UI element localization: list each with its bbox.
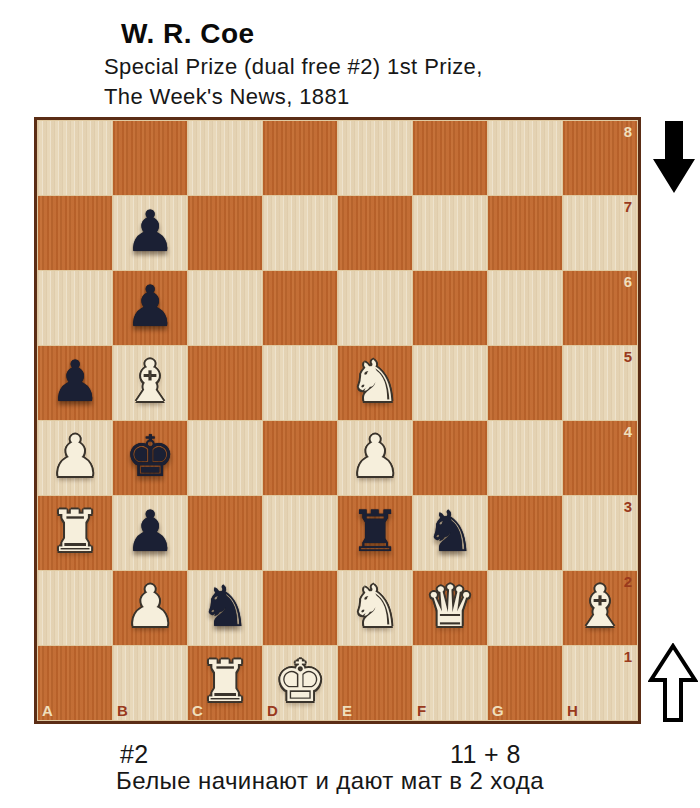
- file-label-g: G: [492, 703, 504, 718]
- piece-white-knight-e2: ♞: [349, 578, 400, 635]
- square-c3: [188, 496, 262, 570]
- square-f4: [413, 421, 487, 495]
- problem-author: W. R. Coe: [121, 18, 255, 50]
- square-b2: ♟: [113, 571, 187, 645]
- rank-label-2: 2: [624, 574, 632, 589]
- piece-black-pawn-a5: ♟: [49, 353, 100, 410]
- square-h7: 7: [563, 196, 637, 270]
- square-h3: 3: [563, 496, 637, 570]
- square-a5: ♟: [38, 346, 112, 420]
- square-h4: 4: [563, 421, 637, 495]
- piece-white-pawn-a4: ♟: [49, 428, 100, 485]
- square-h8: 8: [563, 121, 637, 195]
- file-label-f: F: [417, 703, 426, 718]
- rank-label-4: 4: [624, 424, 632, 439]
- square-g5: [488, 346, 562, 420]
- chess-board: 8♟7♟6♟♝♞5♟♚♟4♜♟♜♞3♟♞♞♛♝2AB♜C♚DEFGH1: [34, 117, 641, 724]
- piece-black-king-b4: ♚: [124, 428, 175, 485]
- rank-label-1: 1: [624, 649, 632, 664]
- square-e6: [338, 271, 412, 345]
- square-d7: [263, 196, 337, 270]
- square-d8: [263, 121, 337, 195]
- square-b3: ♟: [113, 496, 187, 570]
- rank-label-7: 7: [624, 199, 632, 214]
- square-c2: ♞: [188, 571, 262, 645]
- square-e7: [338, 196, 412, 270]
- piece-black-pawn-b6: ♟: [124, 278, 175, 335]
- square-b7: ♟: [113, 196, 187, 270]
- square-g8: [488, 121, 562, 195]
- square-h1: H1: [563, 646, 637, 720]
- piece-black-pawn-b7: ♟: [124, 203, 175, 260]
- square-g1: G: [488, 646, 562, 720]
- piece-white-knight-e5: ♞: [349, 353, 400, 410]
- square-d2: [263, 571, 337, 645]
- square-d4: [263, 421, 337, 495]
- square-f7: [413, 196, 487, 270]
- piece-white-rook-c1: ♜: [199, 653, 250, 710]
- piece-black-knight-f3: ♞: [424, 503, 475, 560]
- piece-black-rook-e3: ♜: [349, 503, 400, 560]
- square-c7: [188, 196, 262, 270]
- square-c5: [188, 346, 262, 420]
- file-label-b: B: [117, 703, 128, 718]
- square-c8: [188, 121, 262, 195]
- square-e4: ♟: [338, 421, 412, 495]
- piece-white-bishop-h2: ♝: [574, 578, 625, 635]
- square-f1: F: [413, 646, 487, 720]
- square-f3: ♞: [413, 496, 487, 570]
- square-g7: [488, 196, 562, 270]
- square-b4: ♚: [113, 421, 187, 495]
- file-label-c: C: [192, 703, 203, 718]
- problem-source: The Week's News, 1881: [104, 84, 350, 110]
- square-d5: [263, 346, 337, 420]
- rank-label-8: 8: [624, 124, 632, 139]
- rank-label-6: 6: [624, 274, 632, 289]
- file-label-h: H: [567, 703, 578, 718]
- square-e8: [338, 121, 412, 195]
- square-f2: ♛: [413, 571, 487, 645]
- rank-label-3: 3: [624, 499, 632, 514]
- square-h2: ♝2: [563, 571, 637, 645]
- square-e5: ♞: [338, 346, 412, 420]
- piece-black-pawn-b3: ♟: [124, 503, 175, 560]
- square-h6: 6: [563, 271, 637, 345]
- square-g4: [488, 421, 562, 495]
- file-label-d: D: [267, 703, 278, 718]
- square-f8: [413, 121, 487, 195]
- piece-white-king-d1: ♚: [274, 653, 325, 710]
- black-down-arrow-icon: [653, 121, 695, 193]
- square-d1: ♚D: [263, 646, 337, 720]
- square-b8: [113, 121, 187, 195]
- problem-award: Special Prize (dual free #2) 1st Prize,: [104, 54, 483, 80]
- square-d6: [263, 271, 337, 345]
- square-h5: 5: [563, 346, 637, 420]
- square-a1: A: [38, 646, 112, 720]
- square-d3: [263, 496, 337, 570]
- piece-white-pawn-b2: ♟: [124, 578, 175, 635]
- square-c4: [188, 421, 262, 495]
- square-a4: ♟: [38, 421, 112, 495]
- square-a8: [38, 121, 112, 195]
- file-label-e: E: [342, 703, 352, 718]
- square-f5: [413, 346, 487, 420]
- square-c1: ♜C: [188, 646, 262, 720]
- square-b6: ♟: [113, 271, 187, 345]
- white-up-arrow-icon: [648, 643, 698, 723]
- piece-white-queen-f2: ♛: [424, 578, 475, 635]
- square-e1: E: [338, 646, 412, 720]
- square-e3: ♜: [338, 496, 412, 570]
- square-f6: [413, 271, 487, 345]
- square-e2: ♞: [338, 571, 412, 645]
- square-c6: [188, 271, 262, 345]
- square-g3: [488, 496, 562, 570]
- square-a2: [38, 571, 112, 645]
- rank-label-5: 5: [624, 349, 632, 364]
- piece-white-rook-a3: ♜: [49, 503, 100, 560]
- square-g2: [488, 571, 562, 645]
- material-count: 11 + 8: [450, 740, 521, 769]
- file-label-a: A: [42, 703, 53, 718]
- square-a7: [38, 196, 112, 270]
- stipulation-text: #2: [120, 740, 149, 769]
- piece-white-pawn-e4: ♟: [349, 428, 400, 485]
- square-b5: ♝: [113, 346, 187, 420]
- piece-white-bishop-b5: ♝: [124, 353, 175, 410]
- square-a3: ♜: [38, 496, 112, 570]
- square-g6: [488, 271, 562, 345]
- square-a6: [38, 271, 112, 345]
- square-b1: B: [113, 646, 187, 720]
- piece-black-knight-c2: ♞: [199, 578, 250, 635]
- caption-text: Белые начинают и дают мат в 2 хода: [0, 767, 660, 795]
